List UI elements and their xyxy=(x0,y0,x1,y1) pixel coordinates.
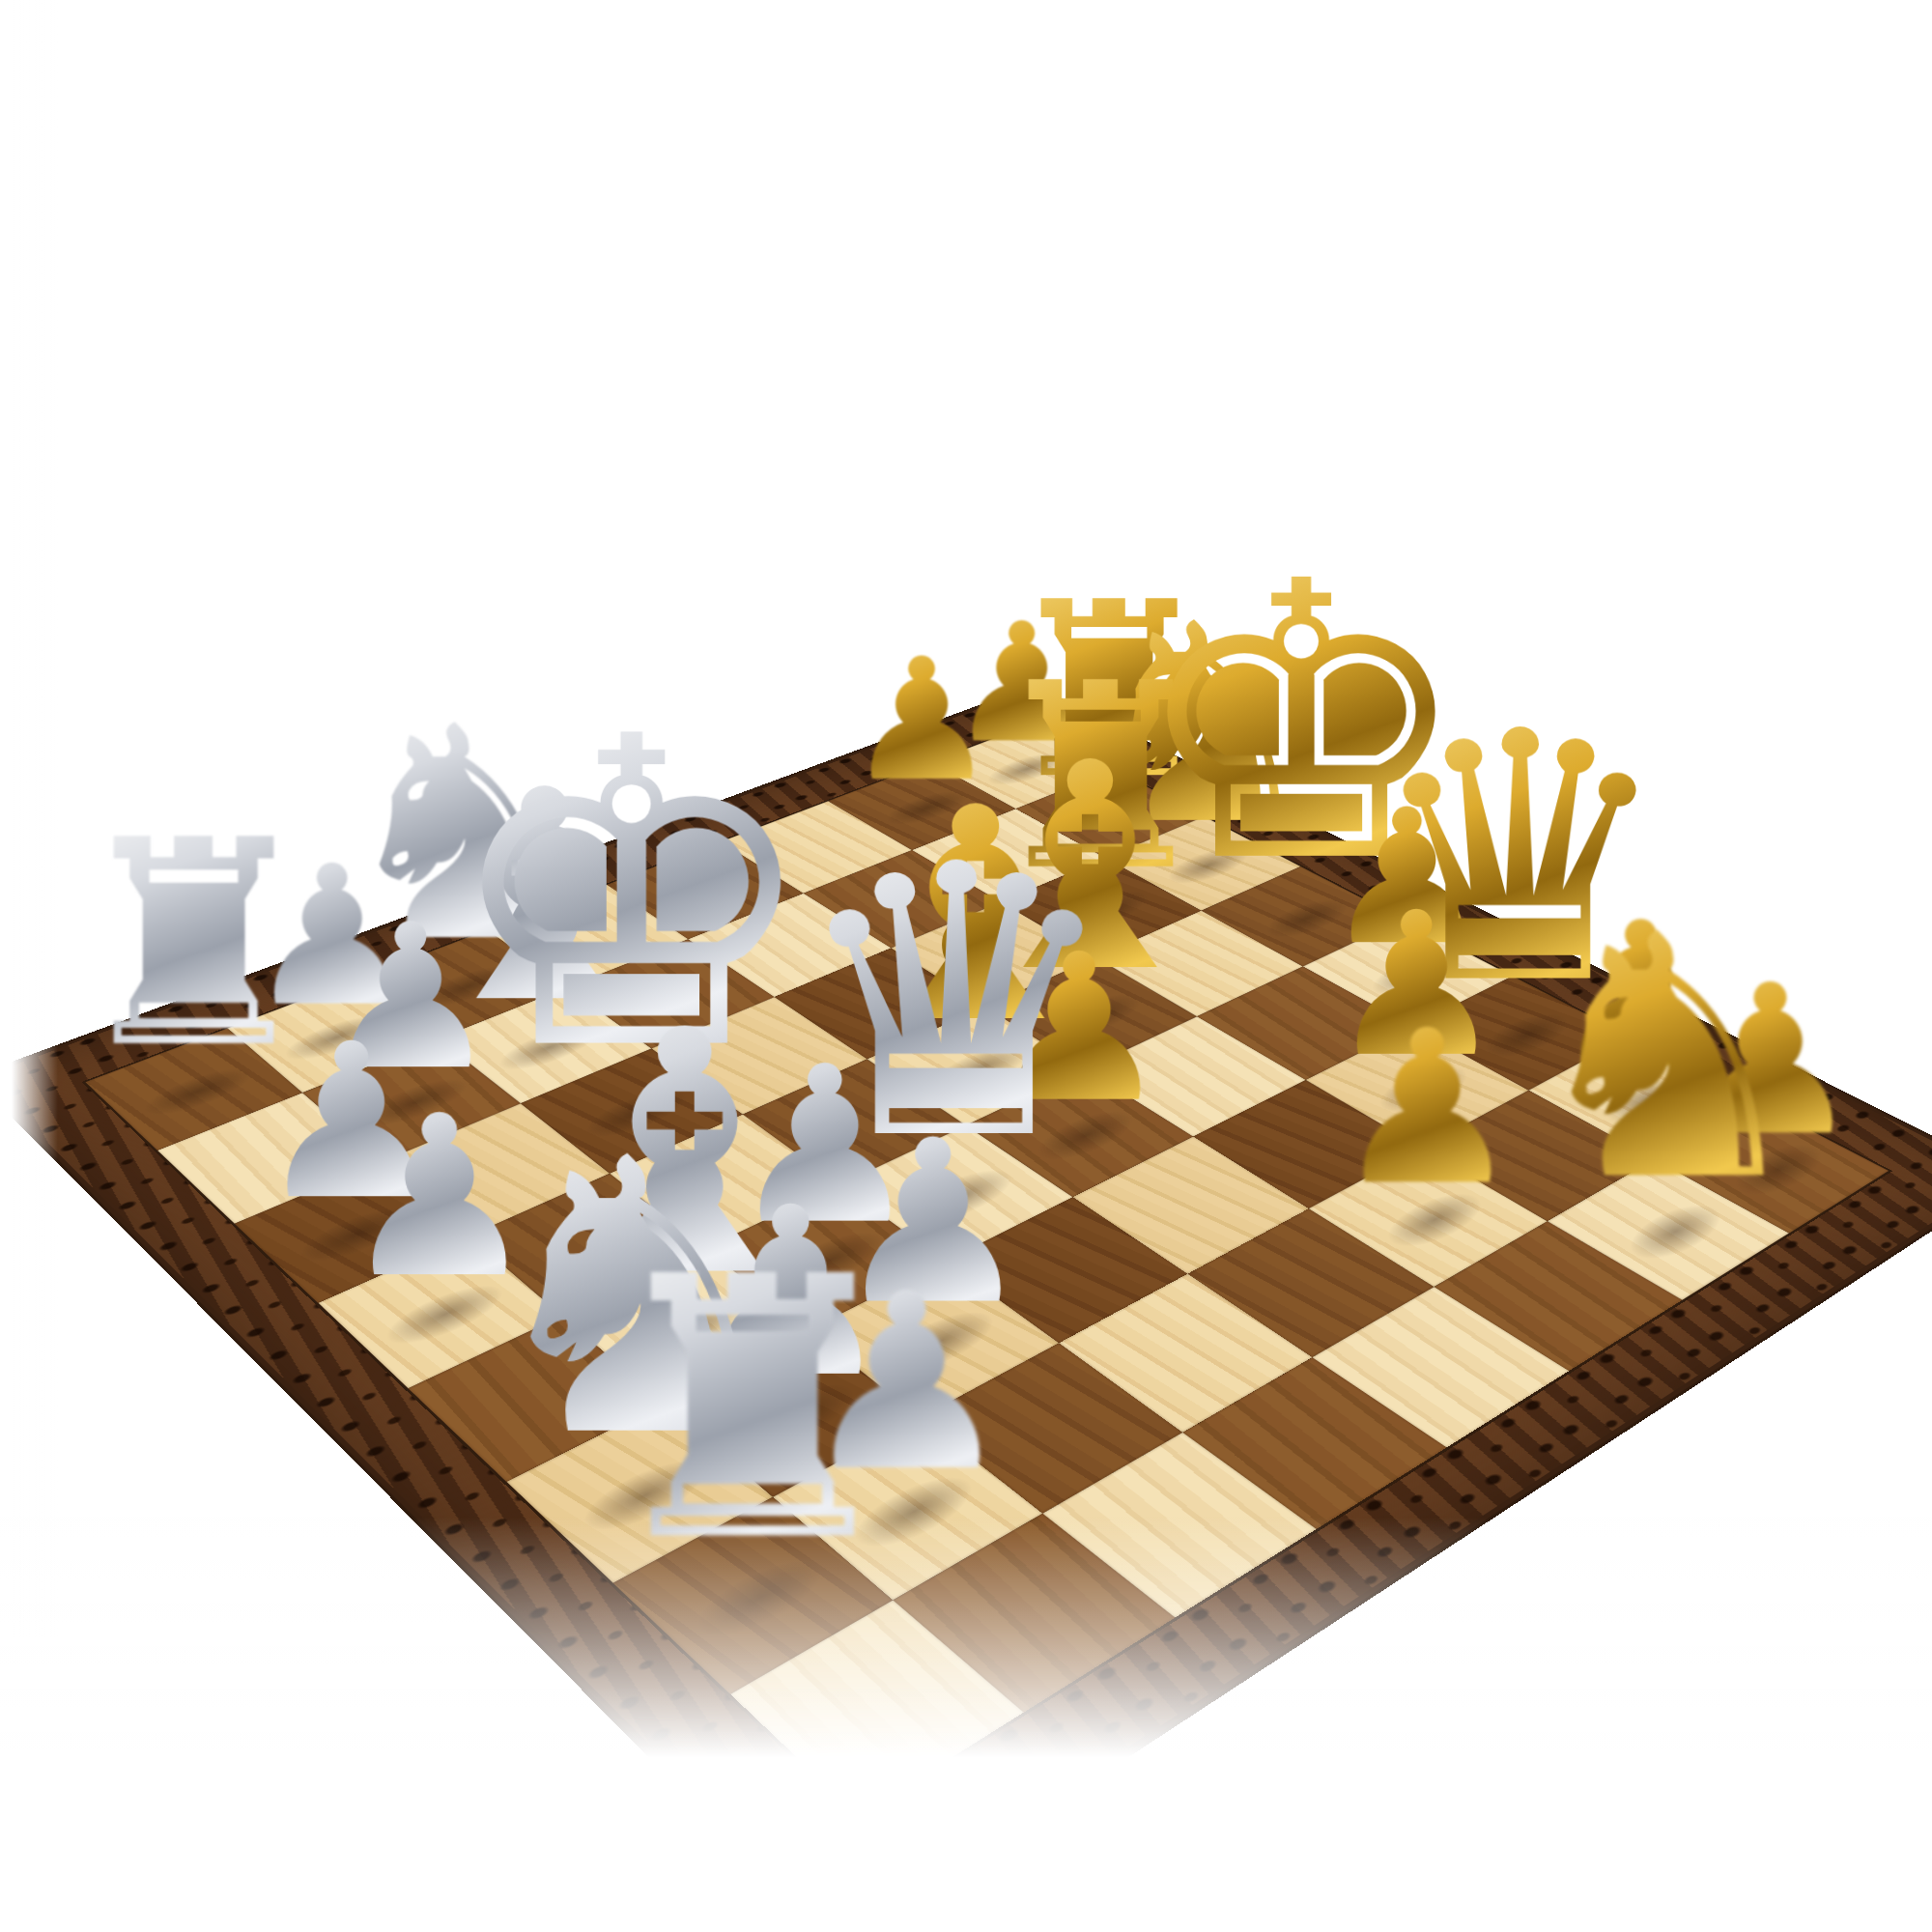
product-photo-canvas: { "game": "chess", "scene": "Overhead-an… xyxy=(0,0,1932,1932)
piece-gold-N-g1: ♞ xyxy=(1443,892,1891,1228)
photo-white-fade-bottom xyxy=(0,1517,1932,1932)
